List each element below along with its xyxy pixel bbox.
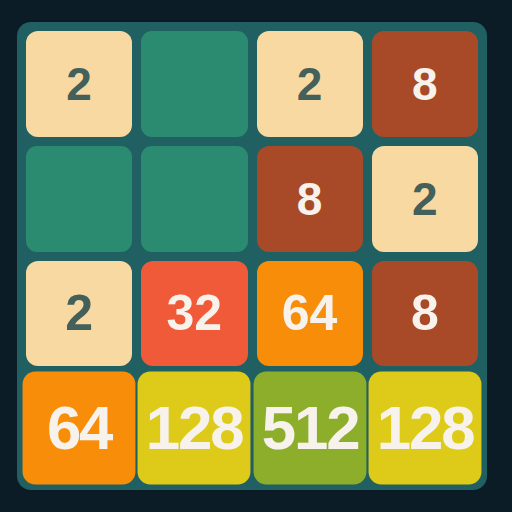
- cell-r4c4: 128: [368, 372, 481, 485]
- cell-r1c1: 2: [26, 31, 132, 137]
- cell-r4c3: 512: [253, 372, 366, 485]
- cell-r3c1: 2: [26, 261, 132, 367]
- cell-r1c2: [141, 31, 247, 137]
- cell-r4c2: 128: [138, 372, 251, 485]
- board-2048[interactable]: 2 2 8 8 2 2 32 64 8 64 128 512 128: [17, 22, 487, 490]
- cell-r3c2: 32: [141, 261, 247, 367]
- cell-r4c1: 64: [23, 372, 136, 485]
- cell-r2c4: 2: [372, 146, 478, 252]
- cell-r3c4: 8: [372, 261, 478, 367]
- cell-r1c4: 8: [372, 31, 478, 137]
- cell-r2c1: [26, 146, 132, 252]
- cell-r2c3: 8: [257, 146, 363, 252]
- cell-r3c3: 64: [257, 261, 363, 367]
- cell-r2c2: [141, 146, 247, 252]
- cell-r1c3: 2: [257, 31, 363, 137]
